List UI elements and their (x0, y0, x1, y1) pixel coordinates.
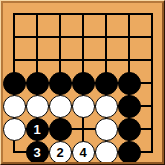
go-stone-black (118, 118, 141, 141)
grid-line-vertical (151, 13, 153, 153)
go-stone-white (95, 95, 118, 118)
go-stone-black (72, 72, 95, 95)
go-stone-white (95, 118, 118, 141)
move-number-label: 2 (56, 146, 63, 159)
go-stone-white (49, 95, 72, 118)
go-stone-black (3, 72, 26, 95)
go-stone-white (3, 118, 26, 141)
go-stone-black (95, 72, 118, 95)
go-stone-white: 2 (49, 141, 72, 164)
go-stone-white (72, 95, 95, 118)
go-stone-black (49, 118, 72, 141)
go-stone-black (118, 141, 141, 164)
move-number-label: 1 (33, 123, 40, 136)
go-stone-black: 1 (26, 118, 49, 141)
goban: 1324 (0, 0, 165, 165)
move-number-label: 4 (79, 146, 86, 159)
go-stone-black (26, 72, 49, 95)
go-stone-black (49, 72, 72, 95)
go-stone-black (118, 72, 141, 95)
go-stone-black: 3 (26, 141, 49, 164)
go-stone-white (3, 95, 26, 118)
go-stone-white (26, 95, 49, 118)
go-stone-black (118, 95, 141, 118)
go-stone-white (95, 141, 118, 164)
move-number-label: 3 (33, 146, 40, 159)
go-stone-white: 4 (72, 141, 95, 164)
